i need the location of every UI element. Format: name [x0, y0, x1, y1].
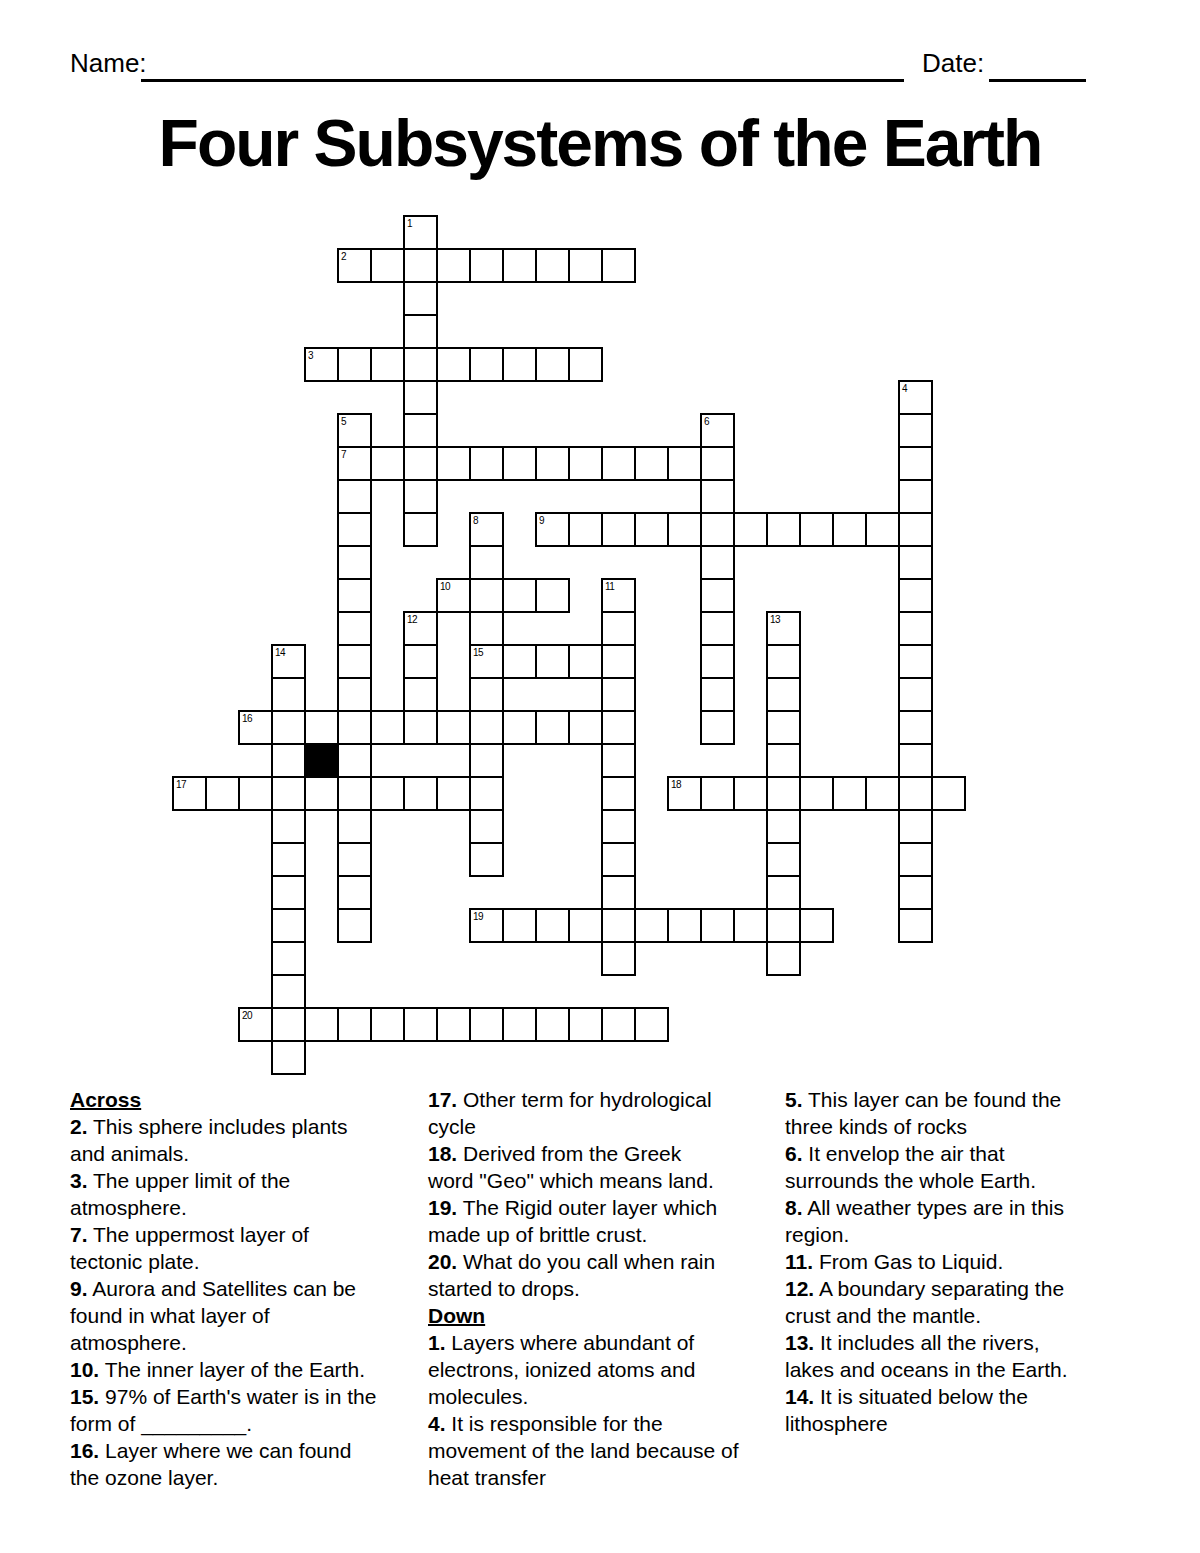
- clue-3: 3. The upper limit of the atmosphere.: [70, 1167, 422, 1221]
- grid-cell[interactable]: [337, 611, 372, 646]
- grid-cell[interactable]: [502, 710, 537, 745]
- clue-text: Derived from the Greek word "Geo" which …: [428, 1142, 714, 1192]
- grid-cell[interactable]: [403, 710, 438, 745]
- grid-cell[interactable]: [337, 743, 372, 778]
- clue-text: The inner layer of the Earth.: [99, 1358, 365, 1381]
- clue-number: 5.: [785, 1088, 803, 1111]
- black-cell: [304, 743, 339, 778]
- clue-5: 5. This layer can be found the three kin…: [785, 1086, 1125, 1140]
- grid-cell[interactable]: 4: [898, 380, 933, 415]
- cell-number: 8: [473, 515, 478, 526]
- grid-cell[interactable]: [304, 1007, 339, 1042]
- grid-cell[interactable]: [304, 776, 339, 811]
- cell-number: 4: [902, 383, 907, 394]
- grid-cell[interactable]: [535, 1007, 570, 1042]
- grid-cell[interactable]: 6: [700, 413, 735, 448]
- clues-column-2: 17. Other term for hydrological cycle18.…: [428, 1086, 780, 1491]
- clue-9: 9. Aurora and Satellites can be found in…: [70, 1275, 422, 1356]
- cell-number: 3: [308, 350, 313, 361]
- grid-cell[interactable]: [601, 743, 636, 778]
- grid-cell[interactable]: [601, 710, 636, 745]
- grid-cell[interactable]: [337, 479, 372, 514]
- grid-cell[interactable]: 17: [172, 776, 207, 811]
- grid-cell[interactable]: [898, 776, 933, 811]
- cell-number: 19: [473, 911, 483, 922]
- grid-cell[interactable]: [304, 710, 339, 745]
- grid-cell[interactable]: 14: [271, 644, 306, 679]
- grid-cell[interactable]: [436, 1007, 471, 1042]
- grid-cell[interactable]: [535, 248, 570, 283]
- clue-7: 7. The uppermost layer of tectonic plate…: [70, 1221, 422, 1275]
- grid-cell[interactable]: [271, 1040, 306, 1075]
- grid-cell[interactable]: [700, 611, 735, 646]
- clue-text: From Gas to Liquid.: [813, 1250, 1003, 1273]
- grid-cell[interactable]: [271, 908, 306, 943]
- grid-cell[interactable]: [370, 710, 405, 745]
- grid-cell[interactable]: [469, 809, 504, 844]
- grid-cell[interactable]: [766, 677, 801, 712]
- clue-6: 6. It envelop the air that surrounds the…: [785, 1140, 1125, 1194]
- grid-cell[interactable]: [502, 908, 537, 943]
- grid-cell[interactable]: [898, 809, 933, 844]
- grid-cell[interactable]: [271, 809, 306, 844]
- grid-cell[interactable]: [238, 776, 273, 811]
- grid-cell[interactable]: [766, 644, 801, 679]
- grid-cell[interactable]: [898, 677, 933, 712]
- grid-cell[interactable]: [898, 875, 933, 910]
- grid-cell[interactable]: [898, 446, 933, 481]
- clue-number: 20.: [428, 1250, 457, 1273]
- grid-cell[interactable]: [469, 611, 504, 646]
- grid-cell[interactable]: [403, 281, 438, 316]
- cell-number: 12: [407, 614, 417, 625]
- clue-text: Layer where we can found the ozone layer…: [70, 1439, 351, 1489]
- grid-cell[interactable]: 12: [403, 611, 438, 646]
- grid-cell[interactable]: [634, 1007, 669, 1042]
- grid-cell[interactable]: [700, 677, 735, 712]
- grid-cell[interactable]: [403, 512, 438, 547]
- grid-cell[interactable]: [436, 776, 471, 811]
- name-blank-line: [141, 79, 904, 82]
- grid-cell[interactable]: [535, 644, 570, 679]
- grid-cell[interactable]: [898, 644, 933, 679]
- grid-cell[interactable]: [601, 776, 636, 811]
- grid-cell[interactable]: [700, 446, 735, 481]
- cell-number: 18: [671, 779, 681, 790]
- grid-cell[interactable]: 9: [535, 512, 570, 547]
- grid-cell[interactable]: [700, 908, 735, 943]
- grid-cell[interactable]: [799, 908, 834, 943]
- clue-text: The upper limit of the atmosphere.: [70, 1169, 290, 1219]
- grid-cell[interactable]: [601, 677, 636, 712]
- name-label: Name:: [70, 48, 147, 79]
- clue-number: 10.: [70, 1358, 99, 1381]
- grid-cell[interactable]: [766, 842, 801, 877]
- clue-18: 18. Derived from the Greek word "Geo" wh…: [428, 1140, 780, 1194]
- grid-cell[interactable]: [403, 380, 438, 415]
- clue-text: What do you call when rain started to dr…: [428, 1250, 715, 1300]
- grid-cell[interactable]: [700, 776, 735, 811]
- cell-number: 13: [770, 614, 780, 625]
- grid-cell[interactable]: [700, 512, 735, 547]
- grid-cell[interactable]: [700, 644, 735, 679]
- grid-cell[interactable]: [403, 347, 438, 382]
- grid-cell[interactable]: [403, 413, 438, 448]
- grid-cell[interactable]: [469, 248, 504, 283]
- clue-text: It is situated below the lithosphere: [785, 1385, 1028, 1435]
- clue-number: 18.: [428, 1142, 457, 1165]
- grid-cell[interactable]: [700, 479, 735, 514]
- grid-cell[interactable]: [469, 710, 504, 745]
- grid-cell[interactable]: [535, 710, 570, 745]
- grid-cell[interactable]: [667, 446, 702, 481]
- clue-text: Layers where abundant of electrons, ioni…: [428, 1331, 695, 1408]
- clues-column-3: 5. This layer can be found the three kin…: [785, 1086, 1125, 1437]
- clue-text: Aurora and Satellites can be found in wh…: [70, 1277, 356, 1354]
- grid-cell[interactable]: [370, 248, 405, 283]
- grid-cell[interactable]: [337, 512, 372, 547]
- clue-10: 10. The inner layer of the Earth.: [70, 1356, 422, 1383]
- grid-cell[interactable]: [634, 512, 669, 547]
- grid-cell[interactable]: [403, 479, 438, 514]
- cell-number: 14: [275, 647, 285, 658]
- grid-cell[interactable]: [403, 314, 438, 349]
- clue-text: All weather types are in this region.: [785, 1196, 1064, 1246]
- grid-cell[interactable]: [733, 512, 768, 547]
- clue-14: 14. It is situated below the lithosphere: [785, 1383, 1125, 1437]
- grid-cell[interactable]: 18: [667, 776, 702, 811]
- grid-cell[interactable]: [931, 776, 966, 811]
- grid-cell[interactable]: [766, 875, 801, 910]
- grid-cell[interactable]: 20: [238, 1007, 273, 1042]
- clue-text: It is responsible for the movement of th…: [428, 1412, 739, 1489]
- clue-number: 17.: [428, 1088, 457, 1111]
- grid-cell[interactable]: [337, 545, 372, 580]
- clue-number: 7.: [70, 1223, 88, 1246]
- grid-cell[interactable]: [502, 446, 537, 481]
- grid-cell[interactable]: [799, 512, 834, 547]
- grid-cell[interactable]: [370, 446, 405, 481]
- cell-number: 7: [341, 449, 346, 460]
- grid-cell[interactable]: [205, 776, 240, 811]
- cell-number: 17: [176, 779, 186, 790]
- grid-cell[interactable]: [337, 875, 372, 910]
- grid-cell[interactable]: [898, 578, 933, 613]
- grid-cell[interactable]: [370, 776, 405, 811]
- grid-cell[interactable]: 7: [337, 446, 372, 481]
- clue-text: This layer can be found the three kinds …: [785, 1088, 1061, 1138]
- clue-number: 3.: [70, 1169, 88, 1192]
- grid-cell[interactable]: [832, 512, 867, 547]
- grid-cell[interactable]: [601, 644, 636, 679]
- grid-cell[interactable]: [667, 512, 702, 547]
- grid-cell[interactable]: [568, 512, 603, 547]
- clue-number: 12.: [785, 1277, 814, 1300]
- grid-cell[interactable]: [568, 908, 603, 943]
- grid-cell[interactable]: [898, 842, 933, 877]
- grid-cell[interactable]: [469, 446, 504, 481]
- grid-cell[interactable]: [502, 578, 537, 613]
- grid-cell[interactable]: [535, 578, 570, 613]
- grid-cell[interactable]: [832, 776, 867, 811]
- grid-cell[interactable]: [766, 743, 801, 778]
- grid-cell[interactable]: [568, 1007, 603, 1042]
- grid-cell[interactable]: [403, 1007, 438, 1042]
- grid-cell[interactable]: [337, 776, 372, 811]
- grid-cell[interactable]: [337, 644, 372, 679]
- grid-cell[interactable]: [469, 578, 504, 613]
- grid-cell[interactable]: [370, 1007, 405, 1042]
- grid-cell[interactable]: [535, 908, 570, 943]
- grid-cell[interactable]: [337, 908, 372, 943]
- grid-cell[interactable]: [766, 512, 801, 547]
- cell-number: 5: [341, 416, 346, 427]
- clue-text: Other term for hydrological cycle: [428, 1088, 712, 1138]
- grid-cell[interactable]: [898, 908, 933, 943]
- cell-number: 9: [539, 515, 544, 526]
- grid-cell[interactable]: [271, 677, 306, 712]
- grid-cell[interactable]: [337, 677, 372, 712]
- grid-cell[interactable]: 15: [469, 644, 504, 679]
- grid-cell[interactable]: [370, 347, 405, 382]
- grid-cell[interactable]: [898, 512, 933, 547]
- grid-cell[interactable]: [469, 545, 504, 580]
- grid-cell[interactable]: [535, 347, 570, 382]
- grid-cell[interactable]: [436, 710, 471, 745]
- clue-number: 19.: [428, 1196, 457, 1219]
- grid-cell[interactable]: [469, 776, 504, 811]
- grid-cell[interactable]: [403, 446, 438, 481]
- grid-cell[interactable]: [898, 710, 933, 745]
- grid-cell[interactable]: [601, 248, 636, 283]
- clue-4: 4. It is responsible for the movement of…: [428, 1410, 780, 1491]
- grid-cell[interactable]: [403, 644, 438, 679]
- clue-12: 12. A boundary separating the crust and …: [785, 1275, 1125, 1329]
- grid-cell[interactable]: 13: [766, 611, 801, 646]
- grid-cell[interactable]: [568, 710, 603, 745]
- grid-cell[interactable]: [601, 512, 636, 547]
- grid-cell[interactable]: [535, 446, 570, 481]
- clue-number: 4.: [428, 1412, 446, 1435]
- cell-number: 1: [407, 218, 412, 229]
- grid-cell[interactable]: [766, 809, 801, 844]
- clues-header-across: Across: [70, 1086, 422, 1113]
- crossword-grid: 1234567891011121314151617181920: [172, 215, 966, 1075]
- clue-number: 1.: [428, 1331, 446, 1354]
- grid-cell[interactable]: [469, 677, 504, 712]
- grid-cell[interactable]: [898, 545, 933, 580]
- grid-cell[interactable]: [337, 1007, 372, 1042]
- grid-cell[interactable]: [568, 446, 603, 481]
- grid-cell[interactable]: [601, 809, 636, 844]
- clue-number: 9.: [70, 1277, 88, 1300]
- clue-number: 13.: [785, 1331, 814, 1354]
- clue-number: 2.: [70, 1115, 88, 1138]
- clues-header-down: Down: [428, 1302, 780, 1329]
- grid-cell[interactable]: [271, 941, 306, 976]
- clue-19: 19. The Rigid outer layer which made up …: [428, 1194, 780, 1248]
- grid-cell[interactable]: [436, 446, 471, 481]
- clue-text: A boundary separating the crust and the …: [785, 1277, 1064, 1327]
- clue-17: 17. Other term for hydrological cycle: [428, 1086, 780, 1140]
- grid-cell[interactable]: [766, 941, 801, 976]
- clue-15: 15. 97% of Earth's water is in the form …: [70, 1383, 422, 1437]
- grid-cell[interactable]: [337, 710, 372, 745]
- clue-16: 16. Layer where we can found the ozone l…: [70, 1437, 422, 1491]
- grid-cell[interactable]: [601, 908, 636, 943]
- grid-cell[interactable]: [634, 446, 669, 481]
- clue-text: It envelop the air that surrounds the wh…: [785, 1142, 1036, 1192]
- grid-cell[interactable]: [568, 347, 603, 382]
- grid-cell[interactable]: [700, 710, 735, 745]
- grid-cell[interactable]: [568, 248, 603, 283]
- grid-cell[interactable]: 10: [436, 578, 471, 613]
- grid-cell[interactable]: [700, 545, 735, 580]
- worksheet-page: Name: Date: Four Subsystems of the Earth…: [0, 0, 1200, 1553]
- grid-cell[interactable]: [898, 611, 933, 646]
- grid-cell[interactable]: [271, 974, 306, 1009]
- grid-cell[interactable]: [403, 677, 438, 712]
- grid-cell[interactable]: [700, 578, 735, 613]
- date-label: Date:: [922, 48, 984, 79]
- grid-cell[interactable]: [766, 908, 801, 943]
- clue-number: 16.: [70, 1439, 99, 1462]
- grid-cell[interactable]: [436, 347, 471, 382]
- grid-cell[interactable]: [865, 512, 900, 547]
- grid-cell[interactable]: [271, 776, 306, 811]
- grid-cell[interactable]: 5: [337, 413, 372, 448]
- grid-cell[interactable]: [568, 644, 603, 679]
- cell-number: 20: [242, 1010, 252, 1021]
- grid-cell[interactable]: [766, 776, 801, 811]
- grid-cell[interactable]: [403, 776, 438, 811]
- grid-cell[interactable]: [601, 842, 636, 877]
- cell-number: 11: [605, 581, 614, 592]
- grid-cell[interactable]: [601, 611, 636, 646]
- grid-cell[interactable]: [271, 743, 306, 778]
- grid-cell[interactable]: 8: [469, 512, 504, 547]
- grid-cell[interactable]: 16: [238, 710, 273, 745]
- grid-cell[interactable]: [898, 413, 933, 448]
- grid-cell[interactable]: [601, 1007, 636, 1042]
- clue-13: 13. It includes all the rivers, lakes an…: [785, 1329, 1125, 1383]
- grid-cell[interactable]: [898, 743, 933, 778]
- grid-cell[interactable]: [271, 875, 306, 910]
- clue-number: 6.: [785, 1142, 803, 1165]
- grid-cell[interactable]: [502, 347, 537, 382]
- clue-11: 11. From Gas to Liquid.: [785, 1248, 1125, 1275]
- grid-cell[interactable]: [502, 1007, 537, 1042]
- grid-cell[interactable]: [469, 347, 504, 382]
- grid-cell[interactable]: [271, 1007, 306, 1042]
- grid-cell[interactable]: [667, 908, 702, 943]
- grid-cell[interactable]: [766, 710, 801, 745]
- clue-number: 15.: [70, 1385, 99, 1408]
- grid-cell[interactable]: [898, 479, 933, 514]
- grid-cell[interactable]: [799, 776, 834, 811]
- clue-text: It includes all the rivers, lakes and oc…: [785, 1331, 1068, 1381]
- grid-cell[interactable]: [601, 875, 636, 910]
- clue-20: 20. What do you call when rain started t…: [428, 1248, 780, 1302]
- grid-cell[interactable]: 3: [304, 347, 339, 382]
- grid-cell[interactable]: [337, 578, 372, 613]
- grid-cell[interactable]: [271, 842, 306, 877]
- cell-number: 16: [242, 713, 252, 724]
- grid-cell[interactable]: [337, 809, 372, 844]
- grid-cell[interactable]: [469, 842, 504, 877]
- clue-text: The uppermost layer of tectonic plate.: [70, 1223, 309, 1273]
- grid-cell[interactable]: [403, 248, 438, 283]
- grid-cell[interactable]: 19: [469, 908, 504, 943]
- clue-8: 8. All weather types are in this region.: [785, 1194, 1125, 1248]
- clue-text: This sphere includes plants and animals.: [70, 1115, 347, 1165]
- cell-number: 10: [440, 581, 450, 592]
- grid-cell[interactable]: 2: [337, 248, 372, 283]
- clue-number: 14.: [785, 1385, 814, 1408]
- grid-cell[interactable]: [502, 644, 537, 679]
- clue-number: 8.: [785, 1196, 803, 1219]
- grid-cell[interactable]: 11: [601, 578, 636, 613]
- grid-cell[interactable]: [337, 842, 372, 877]
- cell-number: 15: [473, 647, 483, 658]
- clue-1: 1. Layers where abundant of electrons, i…: [428, 1329, 780, 1410]
- grid-cell[interactable]: [271, 710, 306, 745]
- grid-cell[interactable]: [601, 941, 636, 976]
- grid-cell[interactable]: [865, 776, 900, 811]
- grid-cell[interactable]: [634, 908, 669, 943]
- grid-cell[interactable]: [469, 1007, 504, 1042]
- grid-cell[interactable]: [436, 248, 471, 283]
- grid-cell[interactable]: 1: [403, 215, 438, 250]
- grid-cell[interactable]: [502, 248, 537, 283]
- grid-cell[interactable]: [337, 347, 372, 382]
- grid-cell[interactable]: [733, 776, 768, 811]
- grid-cell[interactable]: [469, 743, 504, 778]
- cell-number: 6: [704, 416, 709, 427]
- clues-column-1: Across2. This sphere includes plants and…: [70, 1086, 422, 1491]
- grid-cell[interactable]: [601, 446, 636, 481]
- page-title: Four Subsystems of the Earth: [0, 106, 1200, 180]
- grid-cell[interactable]: [733, 908, 768, 943]
- clue-text: The Rigid outer layer which made up of b…: [428, 1196, 717, 1246]
- cell-number: 2: [341, 251, 346, 262]
- clue-number: 11.: [785, 1250, 813, 1273]
- clue-2: 2. This sphere includes plants and anima…: [70, 1113, 422, 1167]
- clue-text: 97% of Earth's water is in the form of _…: [70, 1385, 376, 1435]
- date-blank-line: [989, 79, 1086, 82]
